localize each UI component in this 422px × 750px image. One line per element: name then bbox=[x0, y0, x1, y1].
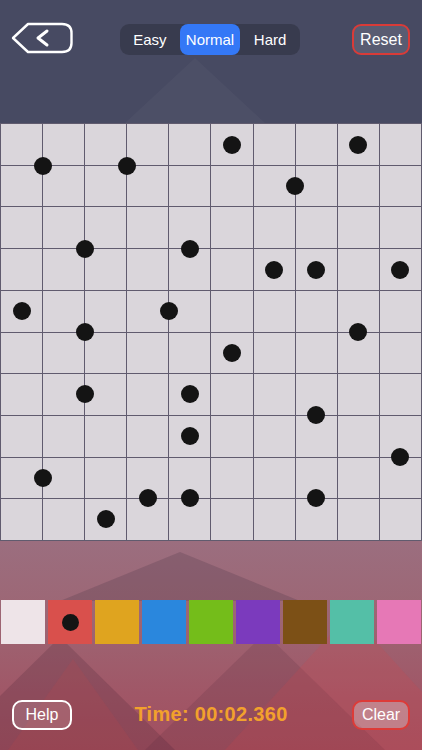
color-swatch-white[interactable] bbox=[1, 600, 45, 644]
board-cell[interactable] bbox=[85, 333, 126, 374]
board-cell[interactable] bbox=[254, 499, 295, 540]
color-palette bbox=[0, 600, 422, 644]
board-cell[interactable] bbox=[254, 291, 295, 332]
galaxy-dot bbox=[76, 323, 94, 341]
board-cell[interactable] bbox=[380, 124, 421, 165]
board-cell[interactable] bbox=[127, 333, 168, 374]
board-cell[interactable] bbox=[296, 124, 337, 165]
board-cell[interactable] bbox=[254, 333, 295, 374]
board-cell[interactable] bbox=[211, 499, 252, 540]
board-cell[interactable] bbox=[380, 374, 421, 415]
app-screen: Easy Normal Hard Reset Help Time: 00:02.… bbox=[0, 0, 422, 750]
difficulty-segmented-control: Easy Normal Hard bbox=[120, 24, 300, 55]
color-swatch-pink[interactable] bbox=[377, 600, 421, 644]
board-cell[interactable] bbox=[254, 416, 295, 457]
board-cell[interactable] bbox=[296, 207, 337, 248]
board-cell[interactable] bbox=[380, 291, 421, 332]
color-swatch-amber[interactable] bbox=[95, 600, 139, 644]
color-swatch-red[interactable] bbox=[48, 600, 92, 644]
board-cell[interactable] bbox=[85, 458, 126, 499]
board-cell[interactable] bbox=[211, 291, 252, 332]
color-swatch-teal[interactable] bbox=[330, 600, 374, 644]
board-cell[interactable] bbox=[169, 166, 210, 207]
board-cell[interactable] bbox=[1, 249, 42, 290]
board-cell[interactable] bbox=[211, 374, 252, 415]
board-cell[interactable] bbox=[211, 249, 252, 290]
board-cell[interactable] bbox=[254, 207, 295, 248]
top-bar: Easy Normal Hard Reset bbox=[0, 0, 422, 123]
galaxy-dot bbox=[307, 261, 325, 279]
back-button[interactable] bbox=[11, 22, 74, 54]
board-cell[interactable] bbox=[211, 207, 252, 248]
board-cell[interactable] bbox=[296, 291, 337, 332]
board-cell[interactable] bbox=[338, 458, 379, 499]
board-cell[interactable] bbox=[169, 124, 210, 165]
board-cell[interactable] bbox=[380, 333, 421, 374]
difficulty-normal[interactable]: Normal bbox=[180, 24, 240, 55]
board bbox=[0, 123, 422, 541]
chevron-left-icon bbox=[11, 22, 74, 54]
board-cell[interactable] bbox=[127, 374, 168, 415]
board-cell[interactable] bbox=[211, 416, 252, 457]
board-cell[interactable] bbox=[338, 499, 379, 540]
board-cell[interactable] bbox=[43, 499, 84, 540]
galaxy-dot bbox=[391, 448, 409, 466]
galaxy-dot bbox=[181, 427, 199, 445]
board-cell[interactable] bbox=[254, 124, 295, 165]
board-cell[interactable] bbox=[254, 458, 295, 499]
selected-color-indicator bbox=[62, 614, 79, 631]
color-swatch-purple[interactable] bbox=[236, 600, 280, 644]
board-cell[interactable] bbox=[338, 374, 379, 415]
board-cell[interactable] bbox=[1, 499, 42, 540]
galaxy-dot bbox=[34, 157, 52, 175]
board-cell[interactable] bbox=[338, 207, 379, 248]
board-cell[interactable] bbox=[1, 374, 42, 415]
galaxy-dot bbox=[34, 469, 52, 487]
difficulty-hard[interactable]: Hard bbox=[240, 24, 300, 55]
galaxy-dot bbox=[391, 261, 409, 279]
board-cell[interactable] bbox=[380, 207, 421, 248]
background-triangle-decoration bbox=[60, 552, 300, 601]
board-cell[interactable] bbox=[211, 458, 252, 499]
board-cell[interactable] bbox=[127, 124, 168, 165]
board-cell[interactable] bbox=[1, 333, 42, 374]
board-cell[interactable] bbox=[127, 416, 168, 457]
galaxy-dot bbox=[223, 136, 241, 154]
color-swatch-blue[interactable] bbox=[142, 600, 186, 644]
galaxy-dot bbox=[349, 323, 367, 341]
board-cell[interactable] bbox=[338, 416, 379, 457]
board-cell[interactable] bbox=[211, 166, 252, 207]
background-triangle-decoration bbox=[125, 58, 265, 123]
board-cell[interactable] bbox=[338, 249, 379, 290]
galaxy-dot bbox=[76, 240, 94, 258]
board-cell[interactable] bbox=[380, 499, 421, 540]
galaxy-dot bbox=[181, 240, 199, 258]
galaxy-dot bbox=[349, 136, 367, 154]
board-cell[interactable] bbox=[296, 333, 337, 374]
galaxy-dot bbox=[223, 344, 241, 362]
board-cell[interactable] bbox=[1, 207, 42, 248]
galaxy-dot bbox=[118, 157, 136, 175]
board-cell[interactable] bbox=[127, 249, 168, 290]
board-cell[interactable] bbox=[169, 333, 210, 374]
reset-button[interactable]: Reset bbox=[352, 24, 410, 55]
board-cell[interactable] bbox=[338, 166, 379, 207]
color-swatch-brown[interactable] bbox=[283, 600, 327, 644]
board-cell[interactable] bbox=[43, 416, 84, 457]
galaxy-dot bbox=[265, 261, 283, 279]
clear-button[interactable]: Clear bbox=[352, 700, 410, 730]
board-cell[interactable] bbox=[380, 166, 421, 207]
color-swatch-green[interactable] bbox=[189, 600, 233, 644]
board-cell[interactable] bbox=[85, 416, 126, 457]
board-cell[interactable] bbox=[254, 374, 295, 415]
board-cell[interactable] bbox=[1, 416, 42, 457]
board-cell[interactable] bbox=[127, 207, 168, 248]
difficulty-easy[interactable]: Easy bbox=[120, 24, 180, 55]
